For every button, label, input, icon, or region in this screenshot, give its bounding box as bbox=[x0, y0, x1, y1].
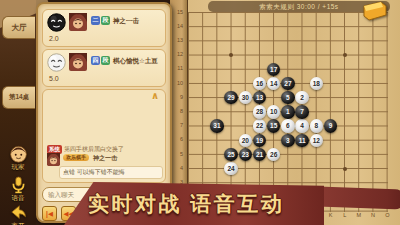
black-stone-face-icon bbox=[47, 13, 66, 32]
row-label: 12 bbox=[170, 51, 186, 58]
row-label: 4 bbox=[170, 165, 186, 172]
col-label: N bbox=[368, 212, 378, 218]
rank-badge: 四段 bbox=[91, 56, 110, 65]
player-name: 棋心愉悦☆土豆 bbox=[113, 57, 158, 66]
promo-banner-text: 实时对战 语音互动 bbox=[88, 190, 284, 218]
row-label: 6 bbox=[170, 136, 186, 143]
avatar bbox=[69, 53, 87, 71]
stone-white-22: 22 bbox=[253, 119, 267, 133]
promo-banner-tail bbox=[315, 186, 400, 209]
stone-black-27: 27 bbox=[281, 77, 295, 91]
sidebar-button-语音[interactable]: 语音 bbox=[4, 175, 32, 203]
back-arrow-icon bbox=[4, 203, 32, 222]
stone-black-25: 25 bbox=[224, 148, 238, 162]
star-point bbox=[343, 53, 347, 57]
title-badge: 欢乐棋手 bbox=[63, 154, 89, 161]
stone-white-28: 28 bbox=[253, 105, 267, 119]
row-label: 15 bbox=[170, 9, 186, 16]
col-label: M bbox=[354, 212, 364, 218]
sidebar-button-label: 语音 bbox=[4, 194, 32, 203]
sidebar-button-离开[interactable]: 离开 bbox=[4, 203, 32, 225]
chat-message: 欢乐棋手 神之一击 bbox=[47, 152, 165, 166]
player-score: 2.0 bbox=[49, 35, 59, 42]
rank-badge: 二段 bbox=[91, 16, 110, 25]
sidebar-button-label: 离开 bbox=[4, 222, 32, 225]
row-label: 14 bbox=[170, 23, 186, 30]
player-name: 神之一击 bbox=[113, 17, 139, 26]
stone-black-1: 1 bbox=[281, 105, 295, 119]
stone-white-12: 12 bbox=[310, 134, 324, 148]
chat-sender-name: 神之一击 bbox=[93, 154, 117, 163]
stone-white-20: 20 bbox=[239, 134, 253, 148]
game-screen: 索索夫规则 30:00 / +15s 151413121110987654321… bbox=[0, 0, 400, 225]
player-face-icon bbox=[4, 144, 32, 163]
menu-icon[interactable] bbox=[362, 1, 388, 21]
col-label: L bbox=[340, 212, 350, 218]
col-label: K bbox=[326, 212, 336, 218]
stone-white-6: 6 bbox=[281, 119, 295, 133]
stone-black-7: 7 bbox=[295, 105, 309, 119]
sidebar-button-玩家[interactable]: 玩家 bbox=[4, 144, 32, 172]
row-label: 8 bbox=[170, 108, 186, 115]
col-label: O bbox=[382, 212, 392, 218]
chevron-up-icon[interactable]: ∧ bbox=[151, 90, 159, 101]
stone-black-5: 5 bbox=[281, 91, 295, 105]
chat-area: ∧ 系统第四手棋后黑白交换了 欢乐棋手 神之一击 点错 可以悔下错不能悔 bbox=[42, 89, 166, 183]
avatar bbox=[47, 152, 60, 165]
player-score: 5.0 bbox=[49, 75, 59, 82]
row-label: 5 bbox=[170, 151, 186, 158]
microphone-icon bbox=[4, 175, 32, 194]
stone-white-4: 4 bbox=[295, 119, 309, 133]
row-label: 10 bbox=[170, 80, 186, 87]
stone-black-11: 11 bbox=[295, 134, 309, 148]
stone-white-8: 8 bbox=[310, 119, 324, 133]
player-card-white: 四段 棋心愉悦☆土豆 5.0 bbox=[42, 49, 166, 87]
stone-black-9: 9 bbox=[324, 119, 338, 133]
tab-table[interactable]: 第14桌 bbox=[2, 86, 35, 109]
white-stone-face-icon bbox=[47, 53, 66, 72]
row-label: 11 bbox=[170, 65, 186, 72]
sidebar-button-label: 玩家 bbox=[4, 163, 32, 172]
tab-lobby[interactable]: 大厅 bbox=[2, 16, 35, 39]
row-label: 13 bbox=[170, 37, 186, 44]
stone-white-10: 10 bbox=[267, 105, 281, 119]
star-point bbox=[343, 167, 347, 171]
stone-black-3: 3 bbox=[281, 134, 295, 148]
stone-black-31: 31 bbox=[210, 119, 224, 133]
replay-button-0[interactable]: |◀ bbox=[42, 206, 57, 221]
chat-bubble: 点错 可以悔下错不能悔 bbox=[59, 166, 163, 179]
avatar bbox=[69, 13, 87, 31]
player-card-black: 二段 神之一击 2.0 bbox=[42, 9, 166, 47]
row-label: 7 bbox=[170, 122, 186, 129]
row-label: 9 bbox=[170, 94, 186, 101]
